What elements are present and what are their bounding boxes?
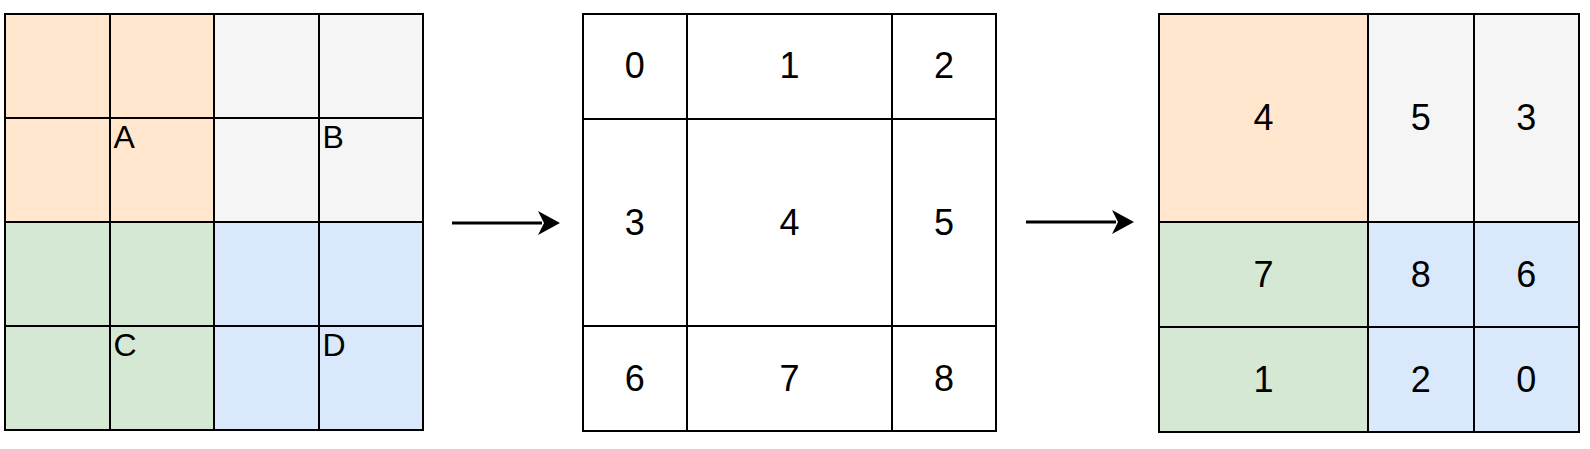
shifted-grid-cell: 0 bbox=[1475, 328, 1579, 431]
left-grid-cell bbox=[6, 119, 109, 221]
quadrant-label-c: C bbox=[114, 329, 137, 363]
shifted-grid-cell: 5 bbox=[1369, 15, 1473, 221]
left-grid-cell bbox=[111, 15, 214, 117]
left-grid-cell: B bbox=[320, 119, 423, 221]
source-quadrant-grid: A B C D bbox=[4, 13, 424, 431]
window-index-cell: 2 bbox=[893, 15, 995, 118]
window-index-cell: 1 bbox=[688, 15, 892, 118]
left-grid-cell: A bbox=[111, 119, 214, 221]
window-index-cell: 3 bbox=[584, 120, 686, 326]
left-grid-cell bbox=[320, 223, 423, 325]
shifted-grid-cell: 7 bbox=[1160, 223, 1367, 326]
quadrant-label-b: B bbox=[323, 121, 344, 155]
left-grid-cell bbox=[6, 223, 109, 325]
shifted-grid-cell: 1 bbox=[1160, 328, 1367, 431]
window-index-cell: 6 bbox=[584, 327, 686, 430]
shifted-grid-cell: 2 bbox=[1369, 328, 1473, 431]
window-index-cell: 0 bbox=[584, 15, 686, 118]
left-grid-cell bbox=[111, 223, 214, 325]
shifted-grid-cell: 8 bbox=[1369, 223, 1473, 326]
diagram-canvas: A B C D 0 1 2 3 4 5 6 7 8 bbox=[0, 0, 1590, 449]
quadrant-label-a: A bbox=[114, 121, 135, 155]
window-index-cell: 7 bbox=[688, 327, 892, 430]
window-index-grid: 0 1 2 3 4 5 6 7 8 bbox=[582, 13, 997, 432]
left-grid-cell: D bbox=[320, 327, 423, 429]
window-index-cell: 5 bbox=[893, 120, 995, 326]
window-index-cell: 8 bbox=[893, 327, 995, 430]
left-grid-cell bbox=[6, 15, 109, 117]
shifted-grid-cell: 6 bbox=[1475, 223, 1579, 326]
left-grid-cell bbox=[320, 15, 423, 117]
arrow-right-icon bbox=[450, 206, 562, 240]
shifted-grid: 4 5 3 7 8 6 1 2 0 bbox=[1158, 13, 1580, 433]
left-grid-cell: C bbox=[111, 327, 214, 429]
shifted-grid-cell: 4 bbox=[1160, 15, 1367, 221]
left-grid-cell bbox=[215, 15, 318, 117]
left-grid-cell bbox=[215, 327, 318, 429]
left-grid-cell bbox=[215, 119, 318, 221]
window-index-cell: 4 bbox=[688, 120, 892, 326]
left-grid-cell bbox=[6, 327, 109, 429]
quadrant-label-d: D bbox=[323, 329, 346, 363]
shifted-grid-cell: 3 bbox=[1475, 15, 1579, 221]
arrow-right-icon bbox=[1024, 205, 1136, 239]
left-grid-cell bbox=[215, 223, 318, 325]
